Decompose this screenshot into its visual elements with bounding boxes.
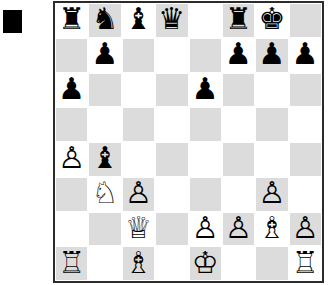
piece-black-pawn: ♟ xyxy=(258,39,285,69)
square-c1[interactable]: ♗ xyxy=(122,246,155,281)
square-f7[interactable]: ♟ xyxy=(222,38,255,73)
square-e1[interactable]: ♔ xyxy=(189,246,222,281)
square-g5[interactable] xyxy=(255,107,288,142)
piece-white-pawn: ♙ xyxy=(125,178,152,208)
square-f6[interactable] xyxy=(222,73,255,108)
square-h2[interactable]: ♙ xyxy=(289,212,322,247)
square-c6[interactable] xyxy=(122,73,155,108)
piece-white-king: ♔ xyxy=(192,248,219,278)
square-d2[interactable] xyxy=(155,212,188,247)
square-e3[interactable] xyxy=(189,177,222,212)
square-f2[interactable]: ♙ xyxy=(222,212,255,247)
square-c3[interactable]: ♙ xyxy=(122,177,155,212)
piece-white-pawn: ♙ xyxy=(258,178,285,208)
black-to-move-indicator xyxy=(3,10,22,33)
chess-diagram-page: ♜♞♝♛♜♚♟♟♟♟♟♟♙♝♘♙♙♕♙♙♗♙♖♗♔♖ xyxy=(0,0,330,285)
square-e6[interactable]: ♟ xyxy=(189,73,222,108)
piece-white-bishop: ♗ xyxy=(258,213,285,243)
piece-black-bishop: ♝ xyxy=(125,4,152,34)
square-b2[interactable] xyxy=(88,212,121,247)
piece-black-pawn: ♟ xyxy=(92,39,119,69)
square-h3[interactable] xyxy=(289,177,322,212)
square-d8[interactable]: ♛ xyxy=(155,3,188,38)
square-a1[interactable]: ♖ xyxy=(55,246,88,281)
chess-board: ♜♞♝♛♜♚♟♟♟♟♟♟♙♝♘♙♙♕♙♙♗♙♖♗♔♖ xyxy=(53,1,324,283)
square-d4[interactable] xyxy=(155,142,188,177)
square-d6[interactable] xyxy=(155,73,188,108)
square-g3[interactable]: ♙ xyxy=(255,177,288,212)
square-a8[interactable]: ♜ xyxy=(55,3,88,38)
piece-white-pawn: ♙ xyxy=(58,143,85,173)
piece-black-pawn: ♟ xyxy=(225,39,252,69)
piece-white-rook: ♖ xyxy=(58,248,85,278)
square-b1[interactable] xyxy=(88,246,121,281)
square-b4[interactable]: ♝ xyxy=(88,142,121,177)
piece-black-pawn: ♟ xyxy=(58,74,85,104)
square-f1[interactable] xyxy=(222,246,255,281)
square-a4[interactable]: ♙ xyxy=(55,142,88,177)
square-b6[interactable] xyxy=(88,73,121,108)
square-d1[interactable] xyxy=(155,246,188,281)
piece-black-pawn: ♟ xyxy=(192,74,219,104)
piece-white-knight: ♘ xyxy=(92,178,119,208)
piece-black-bishop: ♝ xyxy=(92,143,119,173)
square-c7[interactable] xyxy=(122,38,155,73)
square-g1[interactable] xyxy=(255,246,288,281)
square-g8[interactable]: ♚ xyxy=(255,3,288,38)
piece-white-bishop: ♗ xyxy=(125,248,152,278)
square-a2[interactable] xyxy=(55,212,88,247)
square-h7[interactable]: ♟ xyxy=(289,38,322,73)
square-e7[interactable] xyxy=(189,38,222,73)
piece-white-queen: ♕ xyxy=(125,213,152,243)
square-d7[interactable] xyxy=(155,38,188,73)
square-c4[interactable] xyxy=(122,142,155,177)
piece-white-pawn: ♙ xyxy=(225,213,252,243)
square-h5[interactable] xyxy=(289,107,322,142)
square-g2[interactable]: ♗ xyxy=(255,212,288,247)
square-g7[interactable]: ♟ xyxy=(255,38,288,73)
square-f4[interactable] xyxy=(222,142,255,177)
square-e2[interactable]: ♙ xyxy=(189,212,222,247)
square-b7[interactable]: ♟ xyxy=(88,38,121,73)
square-f3[interactable] xyxy=(222,177,255,212)
square-a7[interactable] xyxy=(55,38,88,73)
piece-black-queen: ♛ xyxy=(158,4,185,34)
square-d5[interactable] xyxy=(155,107,188,142)
square-e5[interactable] xyxy=(189,107,222,142)
square-c5[interactable] xyxy=(122,107,155,142)
piece-white-pawn: ♙ xyxy=(292,213,319,243)
square-g6[interactable] xyxy=(255,73,288,108)
square-c8[interactable]: ♝ xyxy=(122,3,155,38)
piece-black-knight: ♞ xyxy=(92,4,119,34)
square-a6[interactable]: ♟ xyxy=(55,73,88,108)
square-b8[interactable]: ♞ xyxy=(88,3,121,38)
square-e4[interactable] xyxy=(189,142,222,177)
piece-white-pawn: ♙ xyxy=(192,213,219,243)
piece-black-rook: ♜ xyxy=(225,4,252,34)
piece-black-rook: ♜ xyxy=(58,4,85,34)
piece-black-pawn: ♟ xyxy=(292,39,319,69)
square-e8[interactable] xyxy=(189,3,222,38)
square-d3[interactable] xyxy=(155,177,188,212)
square-h4[interactable] xyxy=(289,142,322,177)
square-b3[interactable]: ♘ xyxy=(88,177,121,212)
piece-black-king: ♚ xyxy=(258,4,285,34)
square-h8[interactable] xyxy=(289,3,322,38)
piece-white-rook: ♖ xyxy=(292,248,319,278)
square-a5[interactable] xyxy=(55,107,88,142)
square-g4[interactable] xyxy=(255,142,288,177)
square-h6[interactable] xyxy=(289,73,322,108)
square-a3[interactable] xyxy=(55,177,88,212)
square-c2[interactable]: ♕ xyxy=(122,212,155,247)
square-f5[interactable] xyxy=(222,107,255,142)
square-f8[interactable]: ♜ xyxy=(222,3,255,38)
square-h1[interactable]: ♖ xyxy=(289,246,322,281)
square-b5[interactable] xyxy=(88,107,121,142)
